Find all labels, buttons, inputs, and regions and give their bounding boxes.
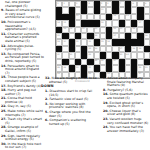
clue-item: 16. Some quantum particles are twisted (… xyxy=(103,93,149,100)
clue-number: 25. xyxy=(1,109,8,113)
cell-number: 1 xyxy=(57,2,58,4)
cell-number: 29 xyxy=(57,40,60,42)
cell-number: 27 xyxy=(114,34,117,36)
clue-number: 14. xyxy=(1,64,8,68)
clue-item: 10. Policewoman's reasonable apprehensio… xyxy=(1,21,44,32)
clue-number: 21. xyxy=(1,96,8,100)
cell-number: 45 xyxy=(95,59,98,61)
clue-number: 7. xyxy=(103,76,107,80)
clue-item: 28. Strange example of Galilei, infirm (… xyxy=(1,126,44,133)
cell-number: 53 xyxy=(145,66,148,68)
cell-number: 39 xyxy=(139,47,142,49)
clue-number: 8. xyxy=(103,88,107,92)
cell-number: 52 xyxy=(139,66,142,68)
down-clues-column: 7. Advise about company finale featuring… xyxy=(103,77,149,134)
cell-number: 6 xyxy=(107,2,108,4)
across-clues-column: nal, one pioneer challenged (5)9. Bases … xyxy=(1,1,44,150)
clue-item: 15. Those people have a constant subject… xyxy=(1,76,44,83)
cell-number: 50 xyxy=(76,66,79,68)
clue-number: 10. xyxy=(1,20,8,24)
cell-number: 21 xyxy=(95,27,98,29)
cell-number: 11 xyxy=(76,14,79,16)
cell-number: 24 xyxy=(132,27,135,29)
clue-item: 19. Excited ghost writer's opera, in sho… xyxy=(103,102,149,109)
clue-item: 29. Sign, learnt regularly without energ… xyxy=(1,135,44,142)
clue-number: 20. xyxy=(103,109,110,113)
clue-item: 9. Bases of ornate gilding in very exact… xyxy=(1,9,44,20)
cell-number: 37 xyxy=(120,47,123,49)
cell-number: 26 xyxy=(95,34,98,36)
clue-item: 12. Advocates pulse-cycling (5) xyxy=(1,45,44,52)
cell-number: 4 xyxy=(89,2,90,4)
clue-item: 13. Re-conquered Persia, as Persian poet… xyxy=(1,53,44,64)
cell-number: 15 xyxy=(63,21,66,23)
cell-number: 38 xyxy=(132,47,135,49)
clue-number: 32. xyxy=(45,76,52,80)
clue-item: 30. In the black hole next to our sun (7… xyxy=(1,143,44,150)
cell-number: 19 xyxy=(70,27,73,29)
cell-number: 20 xyxy=(82,27,85,29)
cell-number: 57 xyxy=(139,72,142,74)
clue-number: 9. xyxy=(1,8,5,12)
cell-number: 48 xyxy=(57,66,60,68)
clue-number: 5. xyxy=(45,110,49,114)
cell-number: 7 xyxy=(120,2,121,4)
cell-number: 30 xyxy=(63,40,66,42)
clue-number: 22. xyxy=(1,104,8,108)
clue-item: 6. Companion's scattering turned up (5) xyxy=(45,119,97,126)
crossword-grid: 1234567891011121314151617181920212223242… xyxy=(55,0,150,79)
clue-item: 7. Advise about company finale featuring… xyxy=(103,77,149,88)
cell-number: 47 xyxy=(114,59,117,61)
cell-number: 28 xyxy=(145,34,148,36)
clue-number: 11. xyxy=(1,32,8,36)
cell-number: 41 xyxy=(70,53,73,55)
cell-number: 16 xyxy=(101,21,104,23)
cell-number: 33 xyxy=(101,40,104,42)
clue-number: 15. xyxy=(1,75,8,79)
cell-number: 40 xyxy=(57,53,60,55)
cell-number: 35 xyxy=(89,47,92,49)
cell-number: 49 xyxy=(63,66,66,68)
clue-item: 11. Character surrounds batsman's prefer… xyxy=(1,33,44,44)
clue-number: 28. xyxy=(1,125,8,129)
clue-item: 14. Persuaders smart to move around Engl… xyxy=(1,65,44,76)
cell-number: 44 xyxy=(126,53,129,55)
clue-number: 1. xyxy=(45,89,49,93)
middle-clues-column: 32. Nuts are roughly milled to be ethere… xyxy=(45,77,97,127)
cell-number: 23 xyxy=(120,27,123,29)
cell-number: 9 xyxy=(145,2,146,4)
clue-number: 2. xyxy=(45,97,49,101)
cell-number: 56 xyxy=(107,72,110,74)
clue-number: 13. xyxy=(1,52,8,56)
cell-number: 55 xyxy=(89,72,92,74)
clue-number: 24. xyxy=(103,125,110,129)
cell-number: 51 xyxy=(89,66,92,68)
cell-number: 5 xyxy=(101,2,102,4)
cell-number: 54 xyxy=(57,72,60,74)
clue-item: 20. Cheese liquor that's silver and gold… xyxy=(103,110,149,117)
clue-number: 30. xyxy=(1,142,8,146)
clue-number: 29. xyxy=(1,134,8,138)
clue-number: 19. xyxy=(103,101,110,105)
cell-number: 25 xyxy=(57,34,60,36)
cell-number: 12 xyxy=(114,14,117,16)
cell-number: 17 xyxy=(139,21,142,23)
cell-number: 18 xyxy=(63,27,66,29)
clue-number: 16. xyxy=(103,92,110,96)
clue-number: 23. xyxy=(103,117,110,121)
clue-number: 18. xyxy=(1,88,8,92)
cell-number: 8 xyxy=(132,2,133,4)
cell-number: 43 xyxy=(120,53,123,55)
cell-number: 46 xyxy=(101,59,104,61)
clue-item: 24. You can have half the answer immedia… xyxy=(103,126,149,133)
clue-item: 32. Nuts are roughly milled to be ethere… xyxy=(45,77,97,84)
cell-number: 36 xyxy=(95,47,98,49)
clue-number: 27. xyxy=(1,117,8,121)
cell-number: 32 xyxy=(89,40,92,42)
clue-number: 12. xyxy=(1,44,8,48)
cell-number: 14 xyxy=(57,21,60,23)
cell-number: 2 xyxy=(63,2,64,4)
clue-number: 17. xyxy=(1,84,8,88)
crossword-page: nal, one pioneer challenged (5)9. Bases … xyxy=(0,0,150,150)
cell-number: 13 xyxy=(126,14,129,16)
cell-number: 22 xyxy=(114,27,117,29)
cell-number: 10 xyxy=(101,8,104,10)
cell-number: 42 xyxy=(89,53,92,55)
clue-number: 6. xyxy=(45,118,49,122)
cell-number: 34 xyxy=(107,40,110,42)
cell-number: 3 xyxy=(76,2,77,4)
clue-number: 3. xyxy=(45,102,49,106)
cell-number: 31 xyxy=(76,40,79,42)
